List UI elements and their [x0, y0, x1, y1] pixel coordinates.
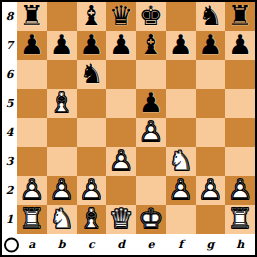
square-h3[interactable]: [225, 147, 255, 176]
square-c3[interactable]: [77, 147, 107, 176]
square-c1[interactable]: ♝♗: [77, 205, 107, 234]
file-label-d: d: [106, 234, 136, 255]
square-a5[interactable]: [17, 89, 47, 118]
square-g4[interactable]: [196, 118, 226, 147]
square-b5[interactable]: ♝♗: [47, 89, 77, 118]
square-e6[interactable]: [136, 60, 166, 89]
black-king[interactable]: ♚: [136, 2, 166, 31]
white-pawn[interactable]: ♟♙: [225, 176, 255, 205]
square-h7[interactable]: ♟: [225, 31, 255, 60]
file-label-f: f: [166, 234, 196, 255]
square-d5[interactable]: [106, 89, 136, 118]
file-label-b: b: [47, 234, 77, 255]
square-c8[interactable]: ♝: [77, 2, 107, 31]
file-label-e: e: [136, 234, 166, 255]
square-f7[interactable]: ♟: [166, 31, 196, 60]
square-d7[interactable]: ♟: [106, 31, 136, 60]
piece-glyph-fill: ♟: [225, 31, 255, 60]
piece-glyph-fill: ♞: [77, 60, 107, 89]
piece-glyph-fill: ♟: [77, 31, 107, 60]
square-e8[interactable]: ♚: [136, 2, 166, 31]
piece-glyph-outline: ♖: [17, 205, 47, 234]
black-queen[interactable]: ♛: [106, 2, 136, 31]
square-e7[interactable]: ♝: [136, 31, 166, 60]
rank-label-3: 3: [2, 147, 17, 176]
square-a6[interactable]: [17, 60, 47, 89]
piece-glyph-fill: ♝: [77, 2, 107, 31]
piece-glyph-outline: ♙: [196, 176, 226, 205]
chess-board: ♜♝♛♚♞♜♟♟♟♟♝♟♟♟♞♝♗♟♟♙♟♙♞♘♟♙♟♙♟♙♟♙♟♙♟♙♜♖♞♘…: [17, 2, 255, 234]
piece-glyph-outline: ♔: [136, 205, 166, 234]
file-label-h: h: [225, 234, 255, 255]
square-e2[interactable]: [136, 176, 166, 205]
piece-glyph-fill: ♟: [106, 31, 136, 60]
white-pawn[interactable]: ♟♙: [77, 176, 107, 205]
file-label-g: g: [196, 234, 226, 255]
square-f4[interactable]: [166, 118, 196, 147]
white-to-move-circle-icon: [4, 237, 19, 252]
square-h5[interactable]: [225, 89, 255, 118]
rank-label-5: 5: [2, 89, 17, 118]
square-e5[interactable]: ♟: [136, 89, 166, 118]
white-queen[interactable]: ♛♕: [106, 205, 136, 234]
piece-glyph-fill: ♛: [106, 2, 136, 31]
black-knight[interactable]: ♞: [77, 60, 107, 89]
square-d4[interactable]: [106, 118, 136, 147]
square-a4[interactable]: [17, 118, 47, 147]
black-pawn[interactable]: ♟: [77, 31, 107, 60]
white-pawn[interactable]: ♟♙: [196, 176, 226, 205]
black-pawn[interactable]: ♟: [225, 31, 255, 60]
piece-glyph-outline: ♖: [225, 205, 255, 234]
square-a3[interactable]: [17, 147, 47, 176]
white-pawn[interactable]: ♟♙: [136, 118, 166, 147]
square-b6[interactable]: [47, 60, 77, 89]
square-b1[interactable]: ♞♘: [47, 205, 77, 234]
square-d6[interactable]: [106, 60, 136, 89]
piece-glyph-fill: ♞: [196, 2, 226, 31]
file-label-c: c: [77, 234, 107, 255]
square-e4[interactable]: ♟♙: [136, 118, 166, 147]
square-d1[interactable]: ♛♕: [106, 205, 136, 234]
square-b2[interactable]: ♟♙: [47, 176, 77, 205]
rank-label-8: 8: [2, 2, 17, 31]
white-king[interactable]: ♚♔: [136, 205, 166, 234]
piece-glyph-fill: ♜: [225, 2, 255, 31]
white-pawn[interactable]: ♟♙: [47, 176, 77, 205]
black-bishop[interactable]: ♝: [136, 31, 166, 60]
square-d2[interactable]: [106, 176, 136, 205]
square-g7[interactable]: ♟: [196, 31, 226, 60]
square-h6[interactable]: [225, 60, 255, 89]
square-a8[interactable]: ♜: [17, 2, 47, 31]
piece-glyph-fill: ♚: [136, 2, 166, 31]
black-pawn[interactable]: ♟: [136, 89, 166, 118]
square-g5[interactable]: [196, 89, 226, 118]
black-pawn[interactable]: ♟: [17, 31, 47, 60]
square-d8[interactable]: ♛: [106, 2, 136, 31]
square-c7[interactable]: ♟: [77, 31, 107, 60]
square-a1[interactable]: ♜♖: [17, 205, 47, 234]
file-label-a: a: [17, 234, 47, 255]
square-f8[interactable]: [166, 2, 196, 31]
square-e1[interactable]: ♚♔: [136, 205, 166, 234]
square-c4[interactable]: [77, 118, 107, 147]
square-h1[interactable]: ♜♖: [225, 205, 255, 234]
white-pawn[interactable]: ♟♙: [166, 176, 196, 205]
white-rook[interactable]: ♜♖: [225, 205, 255, 234]
piece-glyph-fill: ♟: [17, 31, 47, 60]
black-knight[interactable]: ♞: [196, 2, 226, 31]
rank-labels: 87654321: [2, 2, 17, 234]
square-g6[interactable]: [196, 60, 226, 89]
rank-label-2: 2: [2, 176, 17, 205]
square-e3[interactable]: [136, 147, 166, 176]
square-g8[interactable]: ♞: [196, 2, 226, 31]
piece-glyph-fill: ♟: [47, 31, 77, 60]
piece-glyph-fill: ♜: [17, 2, 47, 31]
square-b7[interactable]: ♟: [47, 31, 77, 60]
black-bishop[interactable]: ♝: [77, 2, 107, 31]
piece-glyph-outline: ♗: [47, 89, 77, 118]
square-a7[interactable]: ♟: [17, 31, 47, 60]
white-rook[interactable]: ♜♖: [17, 205, 47, 234]
square-h2[interactable]: ♟♙: [225, 176, 255, 205]
square-b3[interactable]: [47, 147, 77, 176]
square-f2[interactable]: ♟♙: [166, 176, 196, 205]
square-h8[interactable]: ♜: [225, 2, 255, 31]
piece-glyph-fill: ♟: [166, 31, 196, 60]
piece-glyph-outline: ♙: [77, 176, 107, 205]
rank-label-6: 6: [2, 60, 17, 89]
black-rook[interactable]: ♜: [225, 2, 255, 31]
piece-glyph-outline: ♙: [47, 176, 77, 205]
white-knight[interactable]: ♞♘: [47, 205, 77, 234]
piece-glyph-outline: ♙: [166, 176, 196, 205]
piece-glyph-outline: ♘: [47, 205, 77, 234]
square-b4[interactable]: [47, 118, 77, 147]
white-pawn[interactable]: ♟♙: [106, 147, 136, 176]
piece-glyph-outline: ♙: [106, 147, 136, 176]
piece-glyph-outline: ♙: [136, 118, 166, 147]
piece-glyph-outline: ♘: [166, 147, 196, 176]
white-bishop[interactable]: ♝♗: [47, 89, 77, 118]
black-pawn[interactable]: ♟: [47, 31, 77, 60]
piece-glyph-outline: ♕: [106, 205, 136, 234]
turn-indicator-area: [2, 234, 17, 255]
square-f5[interactable]: [166, 89, 196, 118]
square-c6[interactable]: ♞: [77, 60, 107, 89]
chess-diagram: 87654321 ♜♝♛♚♞♜♟♟♟♟♝♟♟♟♞♝♗♟♟♙♟♙♞♘♟♙♟♙♟♙♟…: [0, 0, 257, 257]
piece-glyph-fill: ♟: [136, 89, 166, 118]
piece-glyph-outline: ♙: [225, 176, 255, 205]
square-h4[interactable]: [225, 118, 255, 147]
black-rook[interactable]: ♜: [17, 2, 47, 31]
square-c5[interactable]: [77, 89, 107, 118]
rank-label-7: 7: [2, 31, 17, 60]
square-a2[interactable]: ♟♙: [17, 176, 47, 205]
white-bishop[interactable]: ♝♗: [77, 205, 107, 234]
file-labels: abcdefgh: [17, 234, 255, 255]
piece-glyph-outline: ♗: [77, 205, 107, 234]
square-g1[interactable]: [196, 205, 226, 234]
white-pawn[interactable]: ♟♙: [17, 176, 47, 205]
piece-glyph-fill: ♟: [196, 31, 226, 60]
square-g2[interactable]: ♟♙: [196, 176, 226, 205]
square-f3[interactable]: ♞♘: [166, 147, 196, 176]
rank-label-4: 4: [2, 118, 17, 147]
black-pawn[interactable]: ♟: [166, 31, 196, 60]
black-pawn[interactable]: ♟: [196, 31, 226, 60]
piece-glyph-outline: ♙: [17, 176, 47, 205]
square-g3[interactable]: [196, 147, 226, 176]
white-knight[interactable]: ♞♘: [166, 147, 196, 176]
square-b8[interactable]: [47, 2, 77, 31]
square-c2[interactable]: ♟♙: [77, 176, 107, 205]
square-f6[interactable]: [166, 60, 196, 89]
square-f1[interactable]: [166, 205, 196, 234]
piece-glyph-fill: ♝: [136, 31, 166, 60]
black-pawn[interactable]: ♟: [106, 31, 136, 60]
square-d3[interactable]: ♟♙: [106, 147, 136, 176]
rank-label-1: 1: [2, 205, 17, 234]
